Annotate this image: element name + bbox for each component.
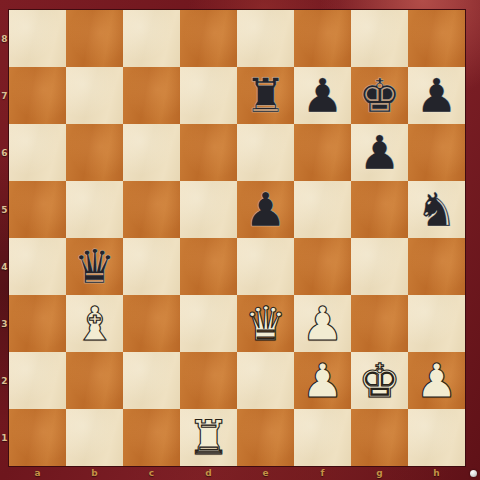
square-c7[interactable] xyxy=(123,67,180,124)
square-h6[interactable] xyxy=(408,124,465,181)
square-b1[interactable] xyxy=(66,409,123,466)
square-c3[interactable] xyxy=(123,295,180,352)
square-c2[interactable] xyxy=(123,352,180,409)
square-f7[interactable]: ♟ xyxy=(294,67,351,124)
rank-label-8: 8 xyxy=(0,34,9,44)
square-f1[interactable] xyxy=(294,409,351,466)
square-e3[interactable]: ♛ xyxy=(237,295,294,352)
rank-label-6: 6 xyxy=(0,148,9,158)
square-c6[interactable] xyxy=(123,124,180,181)
corner-pin xyxy=(470,470,477,477)
black-pawn-e5: ♟ xyxy=(237,181,294,238)
black-rook-e7: ♜ xyxy=(237,67,294,124)
white-queen-e3: ♛ xyxy=(237,295,294,352)
square-d2[interactable] xyxy=(180,352,237,409)
black-pawn-h7: ♟ xyxy=(408,67,465,124)
square-a4[interactable] xyxy=(9,238,66,295)
square-f4[interactable] xyxy=(294,238,351,295)
square-g1[interactable] xyxy=(351,409,408,466)
square-e2[interactable] xyxy=(237,352,294,409)
square-e8[interactable] xyxy=(237,10,294,67)
black-knight-h5: ♞ xyxy=(408,181,465,238)
white-bishop-b3: ♝ xyxy=(66,295,123,352)
square-h4[interactable] xyxy=(408,238,465,295)
square-g6[interactable]: ♟ xyxy=(351,124,408,181)
square-g8[interactable] xyxy=(351,10,408,67)
square-f8[interactable] xyxy=(294,10,351,67)
square-b4[interactable]: ♛ xyxy=(66,238,123,295)
square-h3[interactable] xyxy=(408,295,465,352)
square-b8[interactable] xyxy=(66,10,123,67)
square-e4[interactable] xyxy=(237,238,294,295)
rank-label-2: 2 xyxy=(0,376,9,386)
square-b5[interactable] xyxy=(66,181,123,238)
file-label-e: e xyxy=(259,467,273,480)
square-f3[interactable]: ♟ xyxy=(294,295,351,352)
square-e6[interactable] xyxy=(237,124,294,181)
file-label-c: c xyxy=(145,467,159,480)
rank-label-7: 7 xyxy=(0,91,9,101)
square-c4[interactable] xyxy=(123,238,180,295)
white-king-g2: ♚ xyxy=(351,352,408,409)
white-pawn-f3: ♟ xyxy=(294,295,351,352)
rank-label-3: 3 xyxy=(0,319,9,329)
black-king-g7: ♚ xyxy=(351,67,408,124)
rank-label-5: 5 xyxy=(0,205,9,215)
chess-board: ♜♟♚♟♟♟♞♛♝♛♟♟♚♟♜ xyxy=(9,10,465,466)
square-c8[interactable] xyxy=(123,10,180,67)
square-b7[interactable] xyxy=(66,67,123,124)
square-d6[interactable] xyxy=(180,124,237,181)
square-f2[interactable]: ♟ xyxy=(294,352,351,409)
square-h7[interactable]: ♟ xyxy=(408,67,465,124)
square-b6[interactable] xyxy=(66,124,123,181)
white-pawn-h2: ♟ xyxy=(408,352,465,409)
square-h8[interactable] xyxy=(408,10,465,67)
square-d7[interactable] xyxy=(180,67,237,124)
black-pawn-f7: ♟ xyxy=(294,67,351,124)
square-h2[interactable]: ♟ xyxy=(408,352,465,409)
square-a5[interactable] xyxy=(9,181,66,238)
square-d3[interactable] xyxy=(180,295,237,352)
file-label-a: a xyxy=(31,467,45,480)
file-label-f: f xyxy=(316,467,330,480)
square-a1[interactable] xyxy=(9,409,66,466)
square-e7[interactable]: ♜ xyxy=(237,67,294,124)
square-b3[interactable]: ♝ xyxy=(66,295,123,352)
square-d5[interactable] xyxy=(180,181,237,238)
rank-label-1: 1 xyxy=(0,433,9,443)
white-rook-d1: ♜ xyxy=(180,409,237,466)
square-g5[interactable] xyxy=(351,181,408,238)
black-queen-b4: ♛ xyxy=(66,238,123,295)
square-e1[interactable] xyxy=(237,409,294,466)
chess-board-frame: ♜♟♚♟♟♟♞♛♝♛♟♟♚♟♜ 87654321 abcdefgh xyxy=(0,0,480,480)
square-a2[interactable] xyxy=(9,352,66,409)
square-d1[interactable]: ♜ xyxy=(180,409,237,466)
square-g3[interactable] xyxy=(351,295,408,352)
square-a8[interactable] xyxy=(9,10,66,67)
square-c1[interactable] xyxy=(123,409,180,466)
white-pawn-f2: ♟ xyxy=(294,352,351,409)
square-c5[interactable] xyxy=(123,181,180,238)
square-d8[interactable] xyxy=(180,10,237,67)
file-label-h: h xyxy=(430,467,444,480)
square-b2[interactable] xyxy=(66,352,123,409)
file-label-g: g xyxy=(373,467,387,480)
file-label-d: d xyxy=(202,467,216,480)
square-a3[interactable] xyxy=(9,295,66,352)
rank-label-4: 4 xyxy=(0,262,9,272)
square-f6[interactable] xyxy=(294,124,351,181)
square-a7[interactable] xyxy=(9,67,66,124)
square-g7[interactable]: ♚ xyxy=(351,67,408,124)
square-h5[interactable]: ♞ xyxy=(408,181,465,238)
square-g2[interactable]: ♚ xyxy=(351,352,408,409)
square-d4[interactable] xyxy=(180,238,237,295)
square-h1[interactable] xyxy=(408,409,465,466)
file-label-b: b xyxy=(88,467,102,480)
square-a6[interactable] xyxy=(9,124,66,181)
square-e5[interactable]: ♟ xyxy=(237,181,294,238)
square-g4[interactable] xyxy=(351,238,408,295)
black-pawn-g6: ♟ xyxy=(351,124,408,181)
square-f5[interactable] xyxy=(294,181,351,238)
